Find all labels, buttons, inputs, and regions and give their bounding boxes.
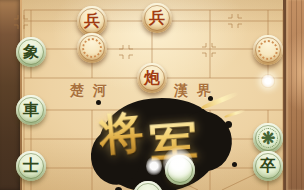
piece-character: 兵 <box>77 6 107 36</box>
piece-character: ❋ <box>253 123 283 153</box>
piece-green-soldier[interactable]: 卒 <box>253 151 283 181</box>
piece-green-partial[interactable] <box>133 181 163 190</box>
piece-red-soldier-1[interactable]: 兵 <box>77 6 107 36</box>
move-indicator-dot[interactable] <box>261 74 275 88</box>
piece-green-advisor[interactable]: 士 <box>16 151 46 181</box>
river-label-right: 漢界 <box>174 82 220 100</box>
piece-green-elephant[interactable]: 象 <box>16 37 46 67</box>
piece-character: 象 <box>16 37 46 67</box>
piece-red-hidden-2[interactable] <box>253 35 283 65</box>
piece-character <box>253 35 283 65</box>
piece-red-cannon[interactable]: 炮 <box>137 63 167 93</box>
piece-green-chariot[interactable]: 車 <box>16 95 46 125</box>
piece-character: 士 <box>16 151 46 181</box>
check-target-glow-small <box>146 156 162 176</box>
check-target-glow <box>163 147 193 179</box>
xiangqi-game-screen: 楚河 漢界 兵兵炮象車士❋卒 将 军 <box>0 0 304 190</box>
piece-character: 炮 <box>137 63 167 93</box>
piece-character: 兵 <box>142 3 172 33</box>
piece-character: 車 <box>16 95 46 125</box>
piece-character <box>133 181 163 190</box>
piece-character <box>77 33 107 63</box>
piece-character: 卒 <box>253 151 283 181</box>
river-label-left: 楚河 <box>70 82 116 100</box>
piece-green-hidden-1[interactable]: ❋ <box>253 123 283 153</box>
piece-red-hidden-1[interactable] <box>77 33 107 63</box>
piece-red-soldier-2[interactable]: 兵 <box>142 3 172 33</box>
